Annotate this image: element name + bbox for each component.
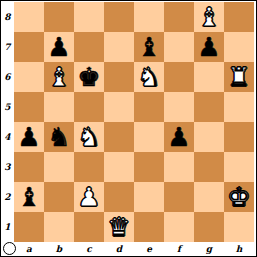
square-f2[interactable] [164, 182, 194, 212]
square-c1[interactable] [74, 212, 104, 242]
black-pawn-f4: ♟ [164, 122, 194, 152]
white-queen-d1: ♛ [104, 212, 134, 242]
square-c4[interactable]: ♞ [74, 122, 104, 152]
square-g2[interactable] [194, 182, 224, 212]
black-pawn-g7: ♟ [194, 32, 224, 62]
square-d2[interactable] [104, 182, 134, 212]
square-a6[interactable] [14, 62, 44, 92]
square-g4[interactable] [194, 122, 224, 152]
square-a3[interactable] [14, 152, 44, 182]
square-g1[interactable] [194, 212, 224, 242]
file-label-b: b [44, 242, 74, 256]
black-pawn-a4: ♟ [14, 122, 44, 152]
square-c6[interactable]: ♚ [74, 62, 104, 92]
file-label-e: e [134, 242, 164, 256]
square-b1[interactable] [44, 212, 74, 242]
black-pawn-b7: ♟ [44, 32, 74, 62]
file-label-d: d [104, 242, 134, 256]
file-label-c: c [74, 242, 104, 256]
square-h1[interactable] [224, 212, 254, 242]
black-bishop-a2: ♝ [14, 182, 44, 212]
square-d5[interactable] [104, 92, 134, 122]
chess-board: ♝♟♝♟♝♚♞♜♟♞♞♟♝♟♚♛ [14, 2, 254, 242]
square-h5[interactable] [224, 92, 254, 122]
white-pawn-c2: ♟ [74, 182, 104, 212]
white-knight-c4: ♞ [74, 122, 104, 152]
square-e4[interactable] [134, 122, 164, 152]
white-to-move-indicator [3, 242, 16, 255]
square-e7[interactable]: ♝ [134, 32, 164, 62]
square-g7[interactable]: ♟ [194, 32, 224, 62]
square-f4[interactable]: ♟ [164, 122, 194, 152]
square-h7[interactable] [224, 32, 254, 62]
white-rook-h6: ♜ [224, 62, 254, 92]
square-b6[interactable]: ♝ [44, 62, 74, 92]
square-a7[interactable] [14, 32, 44, 62]
rank-label-6: 6 [1, 62, 14, 92]
square-d3[interactable] [104, 152, 134, 182]
file-label-a: a [14, 242, 44, 256]
square-f3[interactable] [164, 152, 194, 182]
rank-label-2: 2 [1, 182, 14, 212]
file-labels: abcdefgh [14, 242, 254, 256]
file-label-f: f [164, 242, 194, 256]
square-g8[interactable]: ♝ [194, 2, 224, 32]
rank-label-1: 1 [1, 212, 14, 242]
square-g5[interactable] [194, 92, 224, 122]
square-e3[interactable] [134, 152, 164, 182]
white-knight-e6: ♞ [134, 62, 164, 92]
square-b2[interactable] [44, 182, 74, 212]
square-e6[interactable]: ♞ [134, 62, 164, 92]
black-king-c6: ♚ [74, 62, 104, 92]
black-bishop-e7: ♝ [134, 32, 164, 62]
chess-diagram: 87654321 ♝♟♝♟♝♚♞♜♟♞♞♟♝♟♚♛ abcdefgh [0, 0, 257, 257]
square-b5[interactable] [44, 92, 74, 122]
square-h8[interactable] [224, 2, 254, 32]
square-c3[interactable] [74, 152, 104, 182]
square-e2[interactable] [134, 182, 164, 212]
rank-labels: 87654321 [1, 2, 14, 242]
square-c5[interactable] [74, 92, 104, 122]
square-f5[interactable] [164, 92, 194, 122]
square-f6[interactable] [164, 62, 194, 92]
square-e8[interactable] [134, 2, 164, 32]
square-d1[interactable]: ♛ [104, 212, 134, 242]
file-label-g: g [194, 242, 224, 256]
square-e1[interactable] [134, 212, 164, 242]
square-d7[interactable] [104, 32, 134, 62]
square-d8[interactable] [104, 2, 134, 32]
square-a4[interactable]: ♟ [14, 122, 44, 152]
square-a5[interactable] [14, 92, 44, 122]
white-king-h2: ♚ [224, 182, 254, 212]
square-h2[interactable]: ♚ [224, 182, 254, 212]
square-f8[interactable] [164, 2, 194, 32]
square-b8[interactable] [44, 2, 74, 32]
square-d6[interactable] [104, 62, 134, 92]
square-g3[interactable] [194, 152, 224, 182]
square-b4[interactable]: ♞ [44, 122, 74, 152]
square-b7[interactable]: ♟ [44, 32, 74, 62]
square-c8[interactable] [74, 2, 104, 32]
white-bishop-g8: ♝ [194, 2, 224, 32]
rank-label-8: 8 [1, 2, 14, 32]
square-a2[interactable]: ♝ [14, 182, 44, 212]
square-h6[interactable]: ♜ [224, 62, 254, 92]
file-label-h: h [224, 242, 254, 256]
square-a1[interactable] [14, 212, 44, 242]
white-bishop-b6: ♝ [44, 62, 74, 92]
square-e5[interactable] [134, 92, 164, 122]
rank-label-4: 4 [1, 122, 14, 152]
square-b3[interactable] [44, 152, 74, 182]
square-h4[interactable] [224, 122, 254, 152]
black-knight-b4: ♞ [44, 122, 74, 152]
square-h3[interactable] [224, 152, 254, 182]
rank-label-3: 3 [1, 152, 14, 182]
rank-label-5: 5 [1, 92, 14, 122]
square-f1[interactable] [164, 212, 194, 242]
square-a8[interactable] [14, 2, 44, 32]
square-c2[interactable]: ♟ [74, 182, 104, 212]
square-c7[interactable] [74, 32, 104, 62]
square-g6[interactable] [194, 62, 224, 92]
square-d4[interactable] [104, 122, 134, 152]
square-f7[interactable] [164, 32, 194, 62]
rank-label-7: 7 [1, 32, 14, 62]
